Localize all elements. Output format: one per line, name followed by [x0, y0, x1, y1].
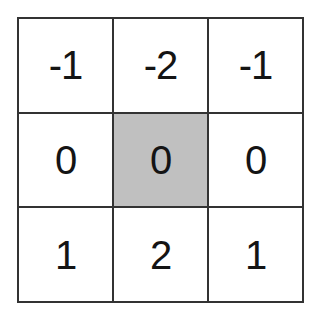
cell-r1c1: -1 [19, 19, 112, 112]
cell-r3c3: 1 [209, 208, 302, 301]
cell-r1c2: -2 [114, 19, 207, 112]
cell-r2c1: 0 [19, 114, 112, 207]
cell-r2c3: 0 [209, 114, 302, 207]
kernel-grid: -1 -2 -1 0 0 0 1 2 1 [17, 17, 304, 303]
cell-r1c3: -1 [209, 19, 302, 112]
cell-r3c1: 1 [19, 208, 112, 301]
cell-r3c2: 2 [114, 208, 207, 301]
cell-r2c2-center: 0 [114, 114, 207, 207]
diagram-canvas: -1 -2 -1 0 0 0 1 2 1 [0, 0, 320, 320]
